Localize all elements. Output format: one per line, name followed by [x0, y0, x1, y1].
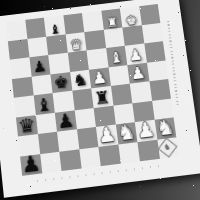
square-g8: ♚	[120, 6, 141, 27]
square-d2	[76, 127, 98, 149]
square-h1: ♞	[157, 137, 179, 159]
square-a1: ♟	[20, 154, 42, 176]
square-a6	[10, 57, 31, 78]
square-g7	[122, 25, 144, 46]
square-e3	[94, 105, 116, 127]
square-b8	[25, 18, 46, 39]
square-d3	[74, 108, 96, 130]
square-a8	[6, 20, 27, 41]
piece-black-bishop-b4: ♝	[35, 95, 53, 115]
piece-black-queen-a3: ♛	[17, 115, 36, 136]
square-c7	[46, 34, 67, 55]
board-grid: ♝♜♚♛♟♝♟♚♞♟♟♝♜♛♟♟♞♟♞♟♞	[6, 4, 179, 176]
square-b6: ♟	[29, 55, 50, 76]
chessboard-photo: ♝♜♚♛♟♝♟♚♞♟♟♝♜♛♟♟♞♟♞♟♞	[0, 0, 200, 200]
square-g1	[137, 139, 159, 161]
square-c3: ♟	[55, 110, 77, 132]
piece-white-pawn-g6: ♟	[128, 48, 144, 65]
square-a2	[18, 134, 40, 156]
square-d5: ♞	[70, 69, 92, 90]
knight-diamond-logo: ♞	[158, 138, 178, 158]
square-f5	[108, 65, 130, 86]
square-a5	[12, 76, 33, 97]
square-a7	[8, 39, 29, 60]
piece-black-rook-e4: ♜	[93, 88, 111, 107]
square-a3: ♛	[16, 115, 38, 137]
chess-board: ♝♜♚♛♟♝♟♚♞♟♟♝♜♛♟♟♞♟♞♟♞	[0, 0, 200, 198]
square-f7	[103, 27, 125, 48]
square-h6	[144, 41, 166, 62]
square-b3	[35, 112, 57, 134]
piece-white-bishop-f6: ♝	[109, 50, 125, 67]
square-h2: ♞	[154, 117, 176, 139]
square-g2: ♟	[135, 120, 157, 142]
square-g5: ♟	[127, 62, 149, 83]
piece-black-knight-d5: ♞	[72, 72, 89, 90]
square-h8	[139, 4, 161, 25]
square-g3	[132, 100, 154, 122]
piece-white-knight-f2: ♞	[116, 122, 137, 144]
square-e4: ♜	[91, 86, 113, 108]
square-e8	[82, 11, 103, 32]
square-h7	[141, 23, 163, 44]
square-c1	[59, 149, 81, 171]
square-e5: ♟	[89, 67, 111, 88]
square-b1	[40, 151, 62, 173]
square-d6	[67, 50, 88, 71]
piece-white-knight-h2: ♞	[155, 117, 176, 139]
square-h3	[152, 98, 174, 120]
square-c5: ♚	[50, 72, 72, 93]
square-d4	[72, 88, 94, 110]
square-f3	[113, 103, 135, 125]
square-e7	[84, 29, 105, 50]
square-g4	[130, 81, 152, 103]
piece-white-pawn-e5: ♟	[91, 70, 108, 88]
piece-black-pawn-a1: ♟	[20, 152, 42, 176]
square-h5	[146, 60, 168, 81]
piece-black-king-c5: ♚	[53, 75, 70, 93]
square-b4: ♝	[33, 93, 55, 115]
photo-noise-light	[0, 0, 1, 1]
photo-noise-dark	[0, 0, 1, 1]
square-c2	[57, 129, 79, 151]
square-d1	[79, 146, 101, 168]
square-f4	[110, 84, 132, 106]
piece-white-pawn-e2: ♟	[97, 124, 118, 146]
square-c8: ♝	[44, 15, 65, 36]
square-d8	[63, 13, 84, 34]
square-f8: ♜	[101, 9, 122, 30]
square-b2	[37, 132, 59, 154]
piece-black-pawn-c3: ♟	[56, 111, 75, 132]
knight-emblem-glyph: ♞	[164, 143, 172, 152]
square-e6	[86, 48, 108, 69]
piece-black-pawn-b6: ♟	[32, 59, 47, 76]
piece-white-pawn-g2: ♟	[135, 119, 156, 141]
square-f2: ♞	[115, 122, 137, 144]
square-c6	[48, 53, 69, 74]
square-e2: ♟	[96, 125, 118, 147]
square-e1	[98, 144, 120, 166]
square-d7: ♛	[65, 32, 86, 53]
square-a4	[14, 95, 35, 117]
square-f1	[118, 142, 140, 164]
square-c4	[53, 91, 75, 113]
square-h4	[149, 79, 171, 100]
square-b7	[27, 36, 48, 57]
square-f6: ♝	[106, 46, 128, 67]
square-g6: ♟	[125, 43, 147, 64]
square-b5	[31, 74, 52, 95]
piece-white-pawn-g5: ♟	[130, 65, 147, 83]
